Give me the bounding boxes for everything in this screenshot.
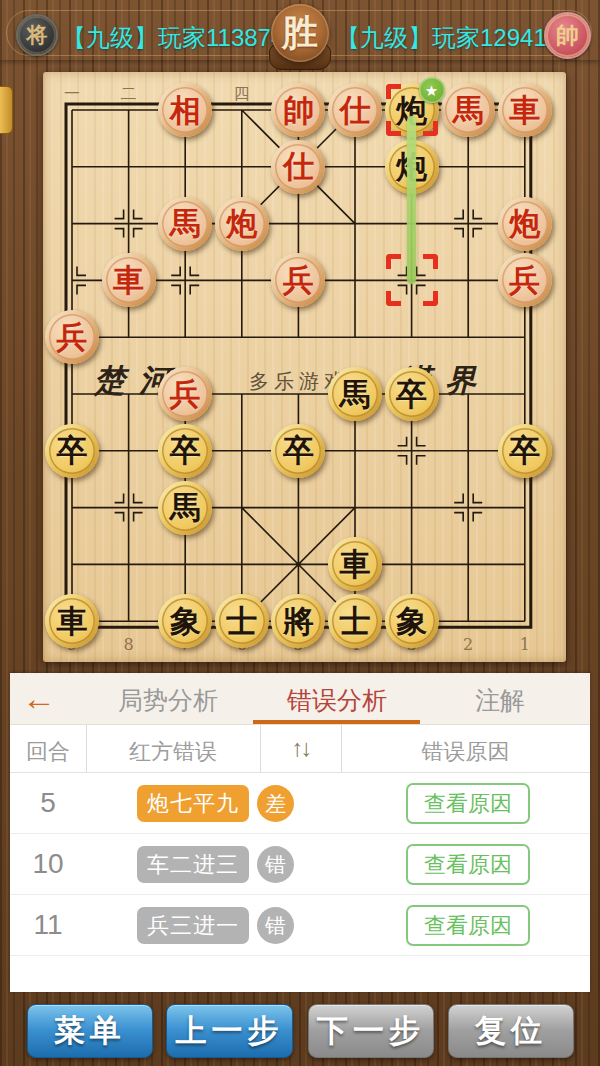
piece-character: 象 — [396, 606, 427, 637]
reset-button[interactable]: 复位 — [448, 1004, 574, 1058]
red-piece-兵[interactable]: 兵 — [158, 367, 212, 421]
round-number: 10 — [10, 848, 86, 880]
piece-character: 卒 — [283, 435, 314, 466]
file-label-top: 二 — [114, 84, 144, 105]
red-piece-帥[interactable]: 帥 — [271, 83, 325, 137]
side-seal-ornament — [0, 86, 13, 134]
black-piece-士[interactable]: 士 — [328, 594, 382, 648]
piece-face: 兵 — [49, 314, 95, 360]
view-reason-button[interactable]: 查看原因 — [406, 783, 530, 824]
header-separator — [341, 725, 342, 772]
error-table-body: 5炮七平九差查看原因10车二进三错查看原因11兵三进一错查看原因 — [10, 773, 590, 956]
piece-character: 卒 — [57, 435, 88, 466]
black-piece-馬[interactable]: 馬 — [328, 367, 382, 421]
black-piece-車[interactable]: 車 — [328, 537, 382, 591]
piece-face: 兵 — [275, 257, 321, 303]
black-piece-卒[interactable]: 卒 — [45, 424, 99, 478]
piece-face: 卒 — [389, 371, 435, 417]
piece-face: 士 — [332, 598, 378, 644]
piece-character: 炮 — [509, 208, 540, 239]
piece-face: 炮 — [502, 201, 548, 247]
piece-face: 馬 — [445, 87, 491, 133]
piece-character: 馬 — [170, 492, 201, 523]
red-piece-兵[interactable]: 兵 — [45, 310, 99, 364]
best-move-star-icon: ★ — [419, 77, 445, 103]
piece-character: 象 — [170, 606, 201, 637]
black-piece-車[interactable]: 車 — [45, 594, 99, 648]
table-row: 5炮七平九差查看原因 — [10, 773, 590, 834]
file-label-top: 一 — [57, 84, 87, 105]
piece-face: 士 — [219, 598, 265, 644]
piece-face: 象 — [389, 598, 435, 644]
piece-character: 車 — [509, 95, 540, 126]
red-piece-炮[interactable]: 炮 — [215, 197, 269, 251]
piece-character: 士 — [340, 606, 371, 637]
back-arrow-icon[interactable]: ← — [22, 678, 56, 718]
piece-face: 相 — [162, 87, 208, 133]
rating-badge: 差 — [257, 785, 294, 822]
piece-character: 卒 — [396, 379, 427, 410]
table-row: 10车二进三错查看原因 — [10, 834, 590, 895]
piece-character: 卒 — [170, 435, 201, 466]
header-round: 回合 — [10, 737, 86, 767]
piece-character: 卒 — [509, 435, 540, 466]
piece-character: 仕 — [340, 95, 371, 126]
header-red-errors: 红方错误 — [86, 737, 260, 767]
black-piece-卒[interactable]: 卒 — [271, 424, 325, 478]
piece-character: 兵 — [283, 265, 314, 296]
header-separator — [86, 725, 87, 772]
red-piece-車[interactable]: 車 — [102, 253, 156, 307]
piece-face: 帥 — [275, 87, 321, 133]
piece-character: 車 — [113, 265, 144, 296]
black-piece-馬[interactable]: 馬 — [158, 481, 212, 535]
result-badge: 胜 — [271, 4, 329, 62]
piece-character: 仕 — [283, 151, 314, 182]
round-number: 11 — [10, 909, 86, 941]
red-piece-仕[interactable]: 仕 — [271, 140, 325, 194]
analysis-panel: ← 局势分析 错误分析 注解 回合 红方错误 ↑↓ 错误原因 5炮七平九差查看原… — [10, 673, 590, 992]
red-piece-仕[interactable]: 仕 — [328, 83, 382, 137]
piece-face: 卒 — [275, 428, 321, 474]
piece-face: 車 — [106, 257, 152, 303]
piece-face: 馬 — [332, 371, 378, 417]
red-general-icon: 帥 — [544, 12, 591, 59]
piece-face: 車 — [49, 598, 95, 644]
piece-character: 帥 — [283, 95, 314, 126]
piece-character: 士 — [226, 606, 257, 637]
black-piece-卒[interactable]: 卒 — [158, 424, 212, 478]
view-reason-button[interactable]: 查看原因 — [406, 844, 530, 885]
piece-face: 卒 — [162, 428, 208, 474]
piece-face: 卒 — [49, 428, 95, 474]
piece-face: 炮 — [219, 201, 265, 247]
piece-face: 兵 — [502, 257, 548, 303]
piece-character: 兵 — [170, 379, 201, 410]
red-piece-馬[interactable]: 馬 — [158, 197, 212, 251]
black-piece-象[interactable]: 象 — [158, 594, 212, 648]
view-reason-button[interactable]: 查看原因 — [406, 905, 530, 946]
file-label-bottom: 2 — [453, 635, 483, 654]
app-screen: 将 【九级】玩家1138744.. 胜 【九级】玩家1294187.. 帥 一二… — [0, 0, 600, 1066]
red-piece-馬[interactable]: 馬 — [441, 83, 495, 137]
rating-badge: 错 — [257, 907, 294, 944]
black-general-icon: 将 — [16, 14, 58, 56]
piece-character: 將 — [283, 606, 314, 637]
piece-face: 仕 — [275, 144, 321, 190]
piece-face: 馬 — [162, 485, 208, 531]
black-piece-卒[interactable]: 卒 — [385, 367, 439, 421]
red-piece-兵[interactable]: 兵 — [498, 253, 552, 307]
sort-icon[interactable]: ↑↓ — [260, 734, 341, 762]
tab-annotation[interactable]: 注解 — [440, 684, 560, 717]
piece-character: 馬 — [170, 208, 201, 239]
red-piece-相[interactable]: 相 — [158, 83, 212, 137]
piece-character: 炮 — [226, 208, 257, 239]
piece-face: 馬 — [162, 201, 208, 247]
piece-face: 車 — [332, 541, 378, 587]
top-bar: 将 【九级】玩家1138744.. 胜 【九级】玩家1294187.. 帥 — [0, 0, 600, 60]
piece-character: 兵 — [57, 322, 88, 353]
piece-character: 兵 — [509, 265, 540, 296]
piece-character: 車 — [340, 549, 371, 580]
round-number: 5 — [10, 787, 86, 819]
black-piece-士[interactable]: 士 — [215, 594, 269, 648]
piece-face: 車 — [502, 87, 548, 133]
piece-face: 兵 — [162, 371, 208, 417]
move-badge: 炮七平九 — [137, 785, 249, 822]
header-separator — [260, 725, 261, 772]
file-label-bottom: 8 — [114, 635, 144, 654]
black-piece-卒[interactable]: 卒 — [498, 424, 552, 478]
move-badge: 兵三进一 — [137, 907, 249, 944]
menu-button[interactable]: 菜单 — [27, 1004, 153, 1058]
xiangqi-board[interactable]: 一二三四五六七八九987654321 楚河 多乐游戏 漢界 相帥仕馬車仕馬炮炮車… — [43, 72, 566, 662]
tab-situation-analysis[interactable]: 局势分析 — [98, 684, 238, 717]
piece-face: 仕 — [332, 87, 378, 133]
rating-badge: 错 — [257, 846, 294, 883]
piece-character: 馬 — [453, 95, 484, 126]
header-error-reason: 错误原因 — [341, 737, 590, 767]
error-table-header: 回合 红方错误 ↑↓ 错误原因 — [10, 724, 590, 773]
file-label-top: 四 — [227, 84, 257, 105]
piece-character: 相 — [170, 95, 201, 126]
analysis-tab-bar: ← 局势分析 错误分析 注解 — [10, 673, 590, 724]
piece-face: 將 — [275, 598, 321, 644]
tab-error-analysis[interactable]: 错误分析 — [267, 684, 407, 717]
prev-step-button[interactable]: 上一步 — [166, 1004, 293, 1058]
red-piece-炮[interactable]: 炮 — [498, 197, 552, 251]
black-piece-象[interactable]: 象 — [385, 594, 439, 648]
table-row: 11兵三进一错查看原因 — [10, 895, 590, 956]
move-badge: 车二进三 — [137, 846, 249, 883]
piece-face: 卒 — [502, 428, 548, 474]
piece-character: 車 — [57, 606, 88, 637]
piece-face: 象 — [162, 598, 208, 644]
file-label-bottom: 1 — [510, 635, 540, 654]
move-origin-brackets — [386, 254, 438, 306]
next-step-button[interactable]: 下一步 — [308, 1004, 434, 1058]
piece-character: 馬 — [340, 379, 371, 410]
red-piece-車[interactable]: 車 — [498, 83, 552, 137]
